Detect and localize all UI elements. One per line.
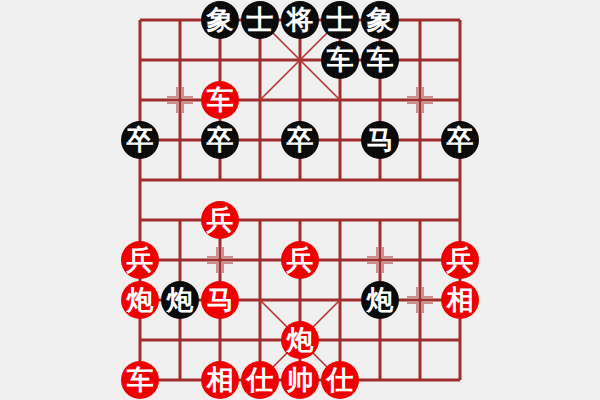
- piece-black-horse[interactable]: 马: [361, 121, 399, 159]
- piece-black-soldier[interactable]: 卒: [441, 121, 479, 159]
- marker-corner: [167, 87, 178, 98]
- point-marker: [167, 87, 193, 113]
- marker-corner: [382, 247, 393, 258]
- piece-black-general[interactable]: 将: [281, 1, 319, 39]
- marker-corner: [367, 262, 378, 273]
- marker-corner: [367, 247, 378, 258]
- xiangqi-board: 象士将士象车车车卒卒卒马卒兵兵兵兵炮炮马炮相炮车相仕帅仕: [0, 0, 600, 400]
- piece-black-elephant[interactable]: 象: [201, 1, 239, 39]
- point-marker: [407, 287, 433, 313]
- piece-red-advisor[interactable]: 仕: [321, 361, 359, 399]
- piece-black-cannon[interactable]: 炮: [161, 281, 199, 319]
- piece-red-cannon[interactable]: 炮: [281, 321, 319, 359]
- marker-corner: [407, 302, 418, 313]
- piece-red-soldier[interactable]: 兵: [441, 241, 479, 279]
- piece-red-soldier[interactable]: 兵: [201, 201, 239, 239]
- marker-corner: [182, 102, 193, 113]
- marker-corner: [382, 262, 393, 273]
- marker-corner: [422, 302, 433, 313]
- piece-red-soldier[interactable]: 兵: [121, 241, 159, 279]
- marker-corner: [407, 287, 418, 298]
- piece-black-advisor[interactable]: 士: [241, 1, 279, 39]
- marker-corner: [422, 87, 433, 98]
- piece-red-horse[interactable]: 马: [201, 281, 239, 319]
- piece-red-advisor[interactable]: 仕: [241, 361, 279, 399]
- piece-black-chariot[interactable]: 车: [321, 41, 359, 79]
- marker-corner: [182, 87, 193, 98]
- marker-corner: [167, 102, 178, 113]
- piece-black-soldier[interactable]: 卒: [121, 121, 159, 159]
- piece-black-advisor[interactable]: 士: [321, 1, 359, 39]
- piece-grid: 象士将士象车车车卒卒卒马卒兵兵兵兵炮炮马炮相炮车相仕帅仕: [120, 0, 480, 400]
- marker-corner: [422, 287, 433, 298]
- marker-corner: [222, 262, 233, 273]
- piece-red-elephant[interactable]: 相: [441, 281, 479, 319]
- point-marker: [207, 247, 233, 273]
- point-marker: [407, 87, 433, 113]
- marker-corner: [207, 247, 218, 258]
- piece-black-soldier[interactable]: 卒: [201, 121, 239, 159]
- piece-black-cannon[interactable]: 炮: [361, 281, 399, 319]
- piece-black-chariot[interactable]: 车: [361, 41, 399, 79]
- piece-red-general[interactable]: 帅: [281, 361, 319, 399]
- marker-corner: [222, 247, 233, 258]
- piece-red-chariot[interactable]: 车: [121, 361, 159, 399]
- piece-red-chariot[interactable]: 车: [201, 81, 239, 119]
- piece-black-elephant[interactable]: 象: [361, 1, 399, 39]
- point-marker: [367, 247, 393, 273]
- piece-black-soldier[interactable]: 卒: [281, 121, 319, 159]
- marker-corner: [207, 262, 218, 273]
- piece-red-elephant[interactable]: 相: [201, 361, 239, 399]
- piece-red-soldier[interactable]: 兵: [281, 241, 319, 279]
- marker-corner: [422, 102, 433, 113]
- marker-corner: [407, 102, 418, 113]
- marker-corner: [407, 87, 418, 98]
- piece-red-cannon[interactable]: 炮: [121, 281, 159, 319]
